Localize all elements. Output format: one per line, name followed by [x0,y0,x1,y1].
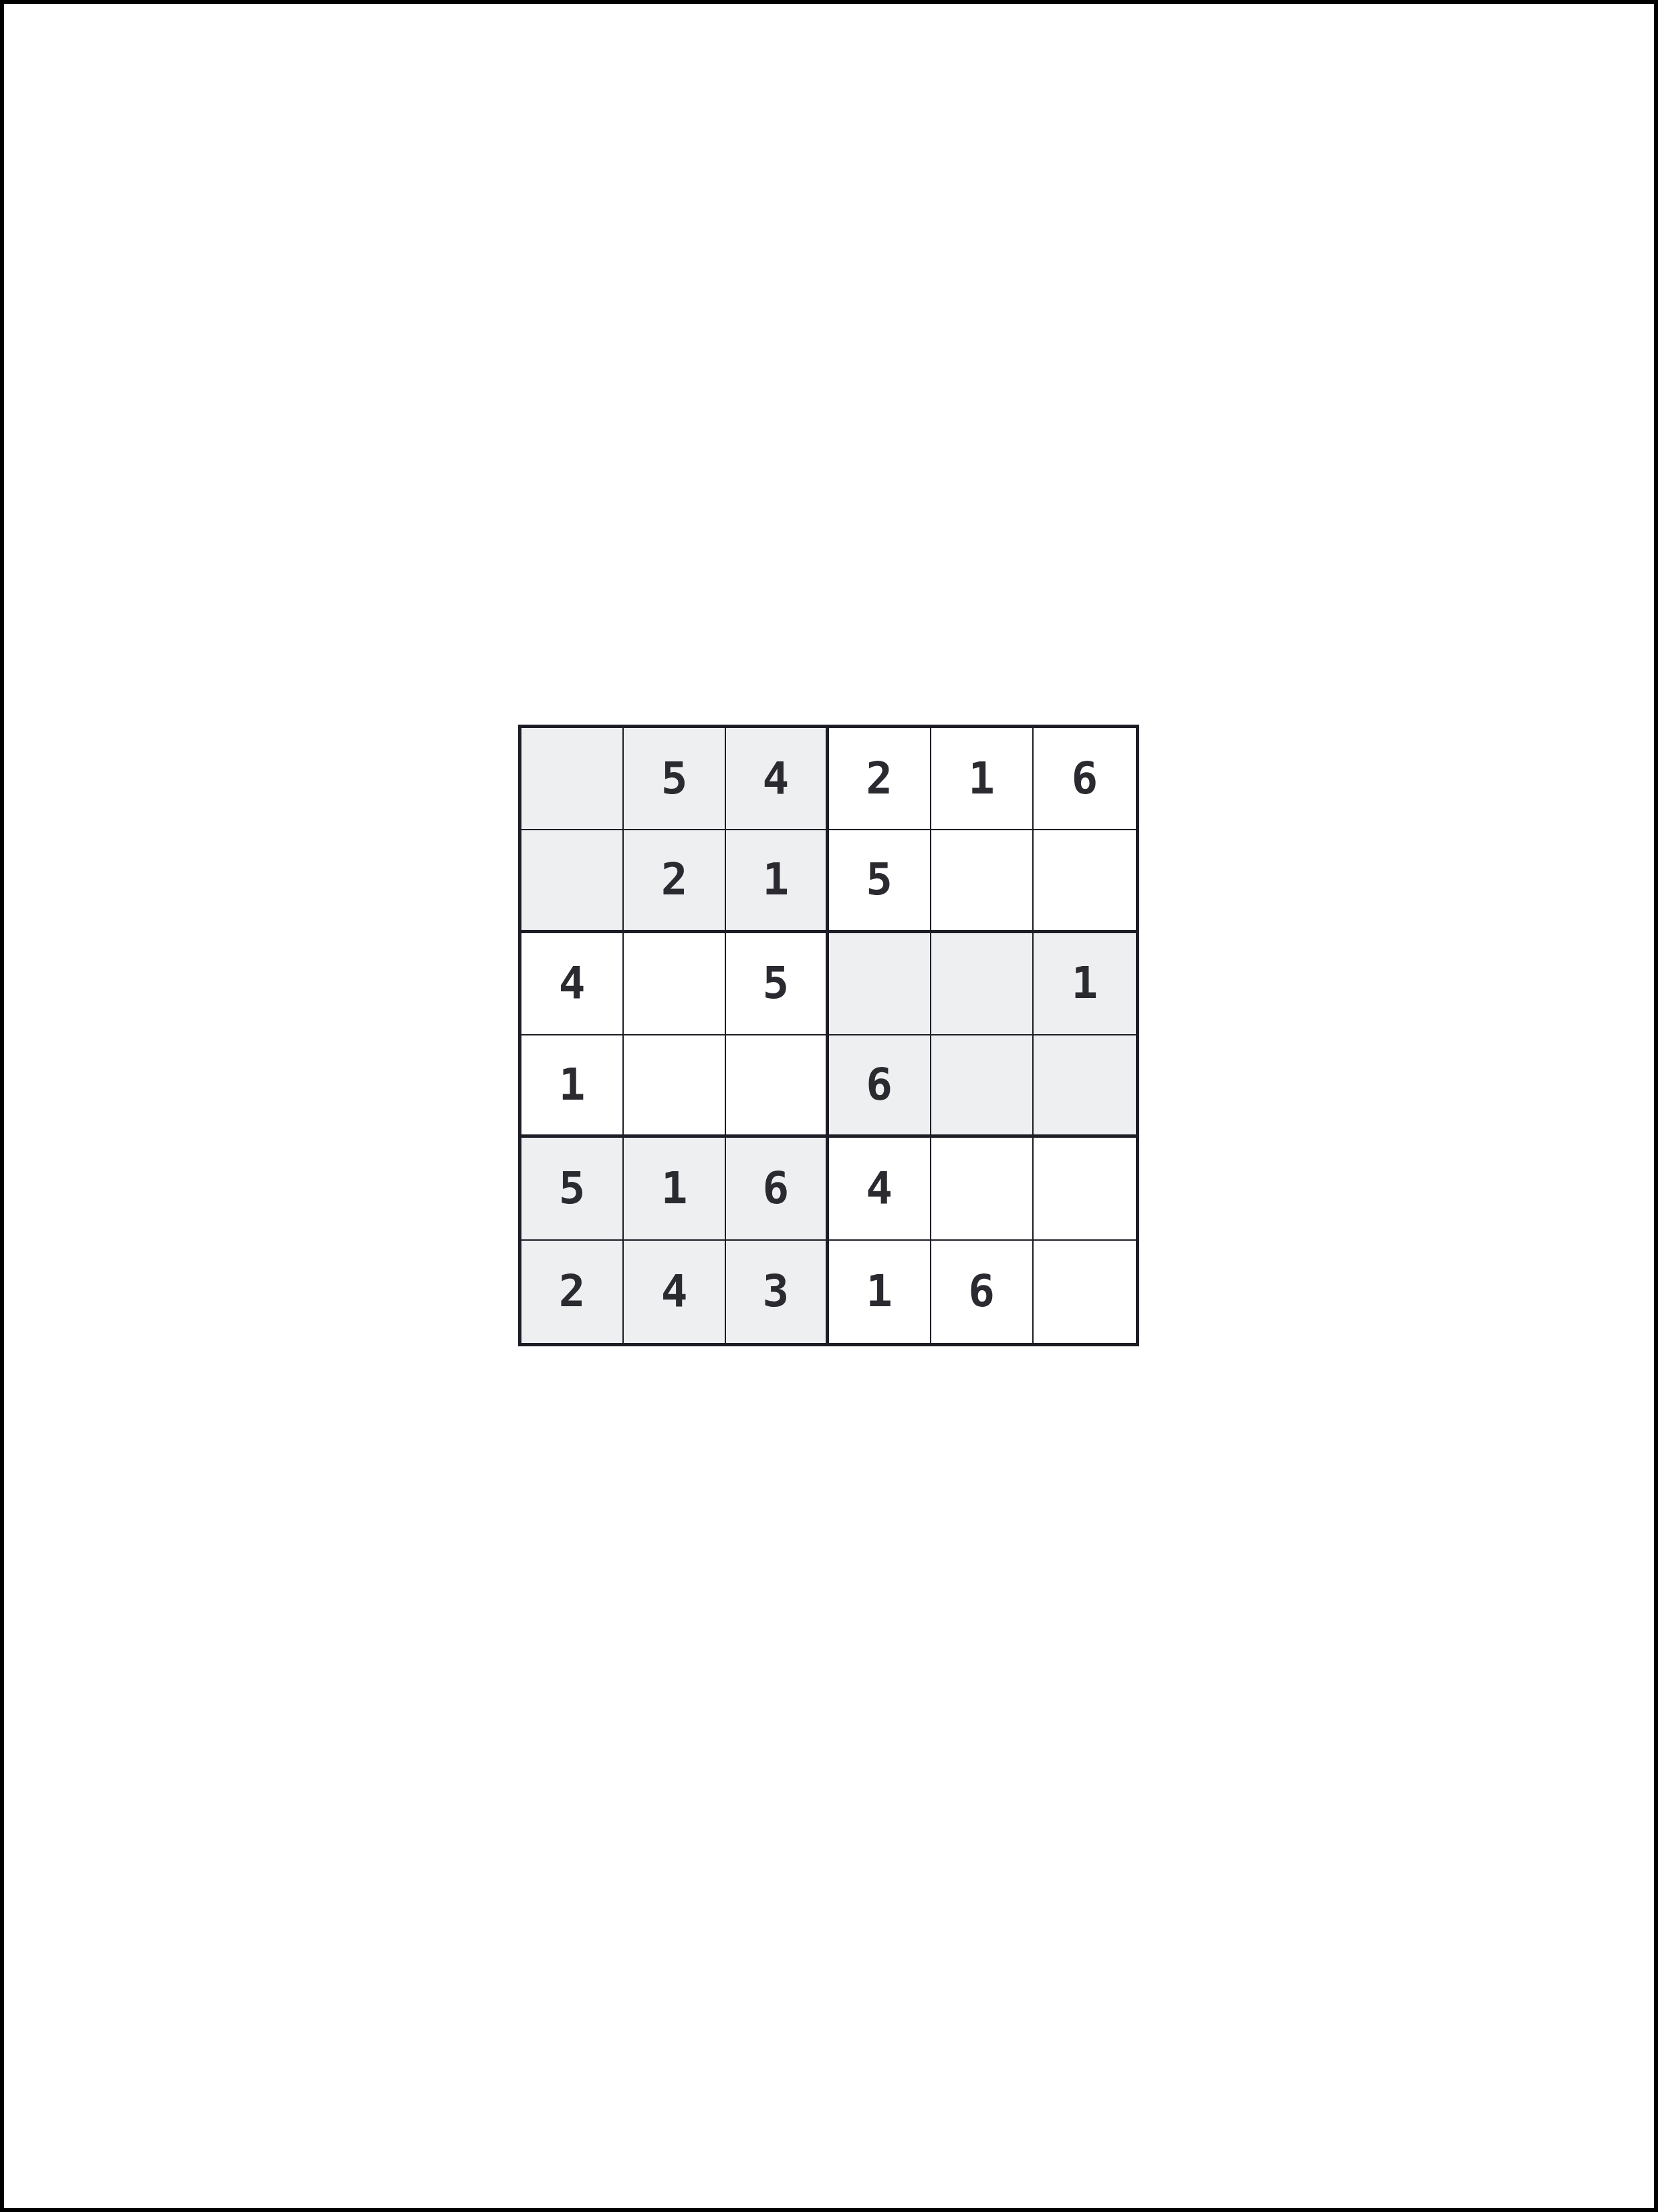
given-digit: 6 [763,1166,790,1211]
given-digit: 4 [559,961,586,1005]
given-digit: 6 [1072,757,1098,801]
given-digit: 6 [968,1269,995,1314]
cell-r3c4[interactable] [829,933,931,1035]
given-digit: 4 [763,757,790,801]
given-digit: 1 [1072,961,1098,1005]
given-digit: 2 [866,757,893,801]
cell-r3c6: 1 [1034,933,1136,1035]
given-digit: 5 [866,858,893,902]
cell-r6c5: 6 [931,1241,1034,1343]
cell-r6c2: 4 [624,1241,726,1343]
cell-r1c1[interactable] [521,728,624,830]
cell-r2c6[interactable] [1034,830,1136,933]
cell-r4c1: 1 [521,1035,624,1138]
cell-r2c3: 1 [726,830,828,933]
cell-r4c2[interactable] [624,1035,726,1138]
cell-r2c5[interactable] [931,830,1034,933]
cell-r6c1: 2 [521,1241,624,1343]
given-digit: 1 [559,1063,586,1107]
cell-r3c2[interactable] [624,933,726,1035]
given-digit: 4 [661,1269,688,1314]
sudoku-board: 5421621545116516424316 [518,725,1139,1346]
cell-r5c1: 5 [521,1138,624,1240]
cell-r6c3: 3 [726,1241,828,1343]
cell-r1c4: 2 [829,728,931,830]
given-digit: 4 [866,1166,893,1211]
cell-r5c3: 6 [726,1138,828,1240]
cell-r4c5[interactable] [931,1035,1034,1138]
cell-r1c5: 1 [931,728,1034,830]
cell-r3c5[interactable] [931,933,1034,1035]
cell-r5c4: 4 [829,1138,931,1240]
given-digit: 1 [661,1166,688,1211]
given-digit: 5 [763,961,790,1005]
cell-r4c4: 6 [829,1035,931,1138]
cell-r5c5[interactable] [931,1138,1034,1240]
cell-r2c4: 5 [829,830,931,933]
cell-r2c1[interactable] [521,830,624,933]
given-digit: 5 [559,1166,586,1211]
given-digit: 1 [968,757,995,801]
cell-r1c6: 6 [1034,728,1136,830]
cell-r4c3[interactable] [726,1035,828,1138]
cell-r5c2: 1 [624,1138,726,1240]
scanned-puzzle-page: 5421621545116516424316 [0,0,1658,2212]
given-digit: 2 [661,858,688,902]
cell-r6c6[interactable] [1034,1241,1136,1343]
given-digit: 5 [661,757,688,801]
cell-r3c1: 4 [521,933,624,1035]
cell-r5c6[interactable] [1034,1138,1136,1240]
given-digit: 2 [559,1269,586,1314]
cell-r4c6[interactable] [1034,1035,1136,1138]
cell-r2c2: 2 [624,830,726,933]
given-digit: 1 [763,858,790,902]
given-digit: 3 [763,1269,790,1314]
cell-r6c4: 1 [829,1241,931,1343]
cell-r1c3: 4 [726,728,828,830]
given-digit: 1 [866,1269,893,1314]
cell-r3c3: 5 [726,933,828,1035]
given-digit: 6 [866,1063,893,1107]
cell-r1c2: 5 [624,728,726,830]
